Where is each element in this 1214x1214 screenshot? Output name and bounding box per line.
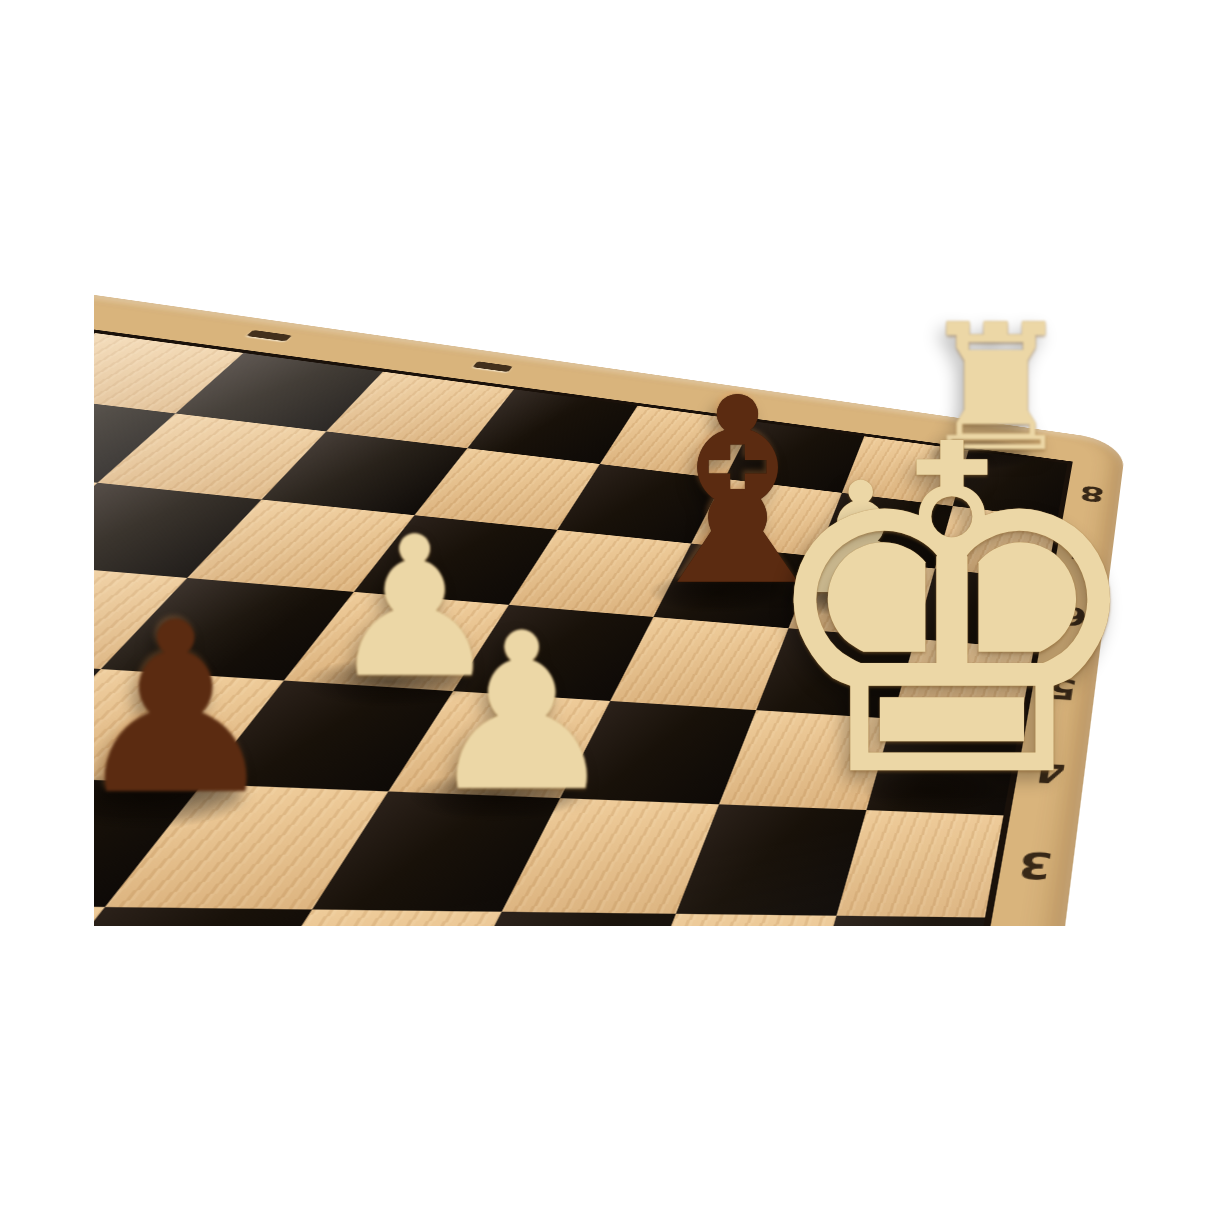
square-d2[interactable]	[94, 907, 312, 926]
piece-black-pawn[interactable]: ♟	[94, 591, 281, 827]
piece-white-king[interactable]: ♚	[749, 388, 1154, 840]
piece-white-pawn[interactable]: ♟	[425, 604, 620, 821]
board-photo: 876543 ♜♝♟♟♚♟♟	[94, 210, 1174, 926]
page: { "game": "chess", "position": { "fen": …	[0, 0, 1214, 1214]
